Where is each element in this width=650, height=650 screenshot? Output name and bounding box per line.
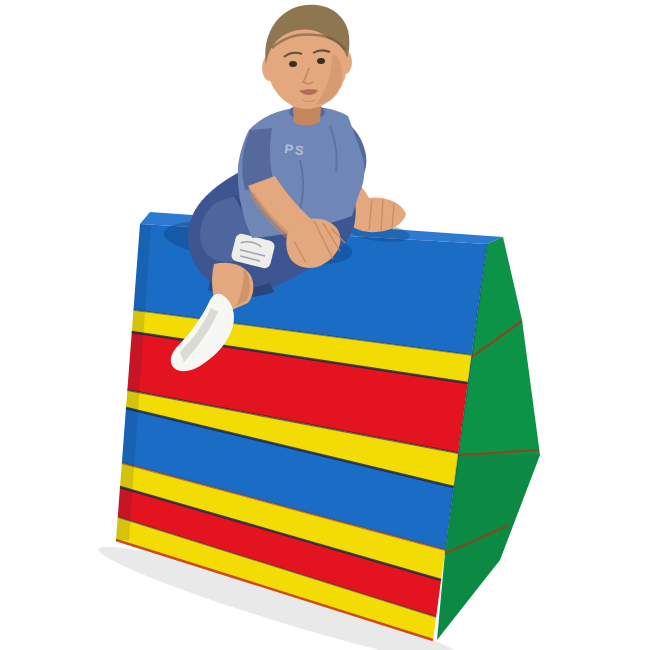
- eye-right: [317, 58, 325, 64]
- eye-left: [289, 61, 297, 67]
- shirt-print-text: PS: [284, 141, 307, 158]
- child-head: [262, 5, 352, 126]
- photo-canvas: PS: [0, 0, 650, 650]
- product-photo: PS: [0, 0, 650, 650]
